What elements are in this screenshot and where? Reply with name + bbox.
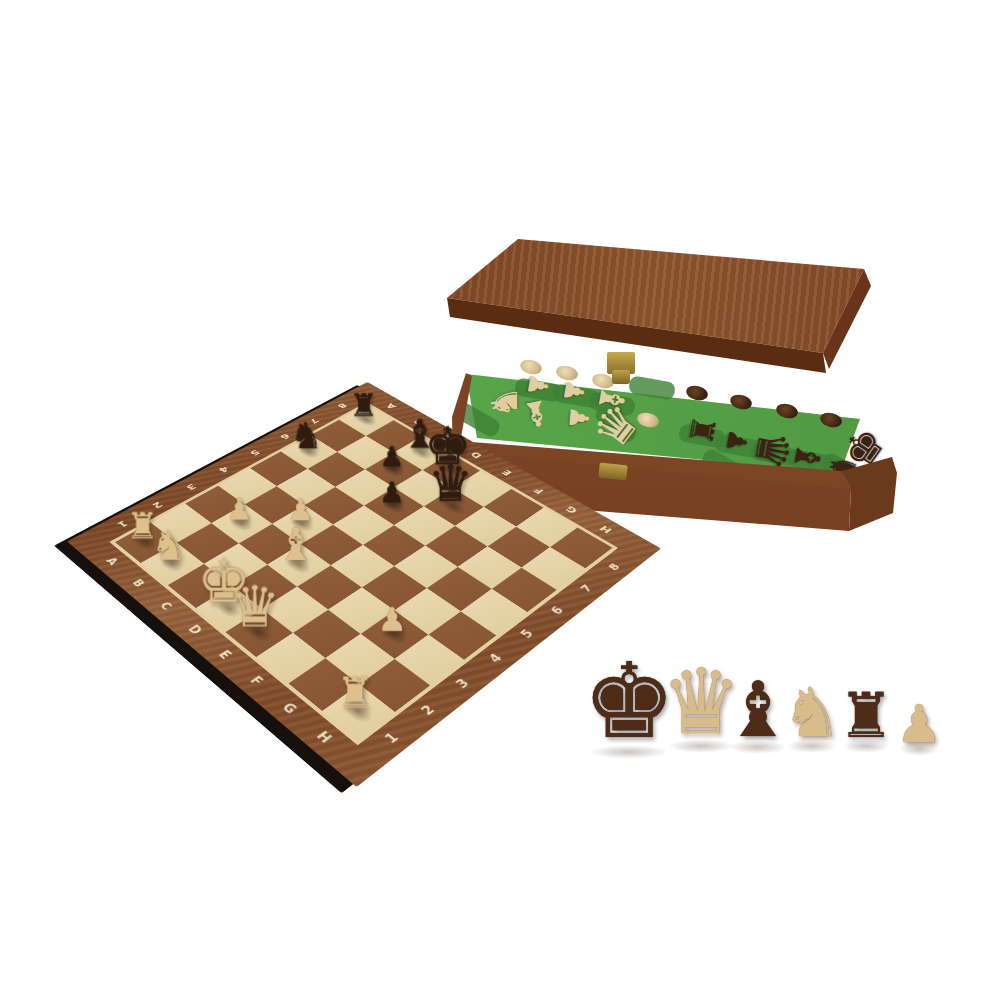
display-piece-dark-rook: ♜ — [838, 685, 894, 747]
display-pieces-row: ♚♛♝♞♜♟ — [0, 0, 1000, 1000]
display-piece-light-knight: ♞ — [782, 679, 843, 747]
product-photo-scene: ♞♟♟♝♝♟♛♜♟♛♝♞♚ AA88BB77CC66DD55EE44FF33GG… — [0, 0, 1000, 1000]
display-piece-light-pawn: ♟ — [896, 698, 943, 750]
